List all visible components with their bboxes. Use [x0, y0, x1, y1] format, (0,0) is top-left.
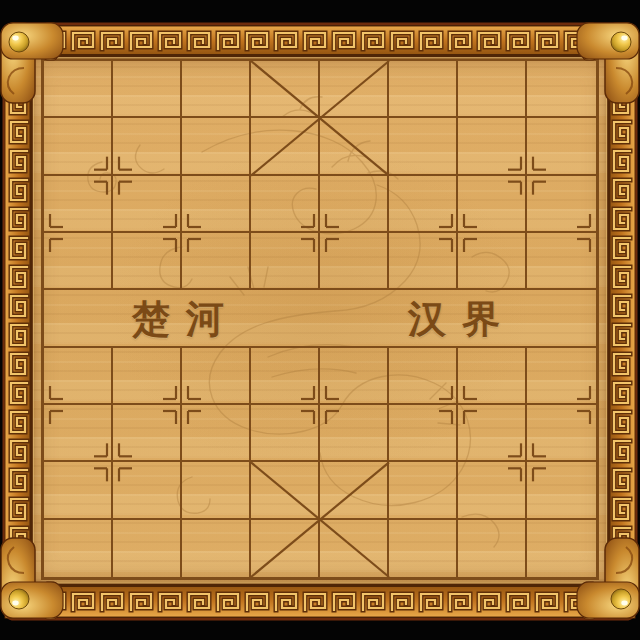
board-cell[interactable] [44, 462, 113, 519]
board-cell[interactable] [458, 462, 527, 519]
board-cell[interactable] [113, 520, 182, 577]
board-cell[interactable] [389, 61, 458, 118]
meander-band-left [5, 26, 32, 618]
board-cell[interactable] [320, 176, 389, 233]
board-cell[interactable] [44, 520, 113, 577]
board-cell[interactable] [182, 233, 251, 290]
board-cell[interactable] [182, 405, 251, 462]
board-cell[interactable] [389, 520, 458, 577]
board-cell[interactable] [182, 290, 251, 347]
board-cell[interactable] [113, 462, 182, 519]
board-cell[interactable] [527, 233, 596, 290]
board-cell[interactable] [320, 233, 389, 290]
board-cell[interactable] [44, 61, 113, 118]
board-cell[interactable] [44, 176, 113, 233]
board-cell[interactable] [113, 61, 182, 118]
board-cell[interactable] [251, 233, 320, 290]
meander-band-top [6, 26, 634, 56]
board-cell[interactable] [527, 405, 596, 462]
board-cell[interactable] [182, 520, 251, 577]
board-cell[interactable] [182, 176, 251, 233]
board-cell[interactable] [251, 118, 320, 175]
board-cell[interactable] [458, 233, 527, 290]
board-cell[interactable] [113, 405, 182, 462]
gold-ball-icon [9, 32, 29, 52]
board-cell[interactable] [389, 233, 458, 290]
board-cell[interactable] [44, 405, 113, 462]
board-cell[interactable] [389, 176, 458, 233]
xiangqi-app: 楚河 汉界 [0, 0, 640, 640]
board-cell[interactable] [251, 520, 320, 577]
board-cell[interactable] [251, 348, 320, 405]
board-cell[interactable] [527, 290, 596, 347]
board-cell[interactable] [182, 348, 251, 405]
board-cell[interactable] [320, 520, 389, 577]
board-cell[interactable] [320, 290, 389, 347]
meander-band-bottom [6, 584, 634, 617]
board-cell[interactable] [251, 405, 320, 462]
board-cell[interactable] [113, 176, 182, 233]
board-cell[interactable] [44, 348, 113, 405]
board-cell[interactable] [113, 118, 182, 175]
board-cell[interactable] [44, 233, 113, 290]
board-cell[interactable] [389, 462, 458, 519]
board-cell[interactable] [320, 405, 389, 462]
board-cell[interactable] [182, 61, 251, 118]
board-cell[interactable] [320, 118, 389, 175]
board-cell[interactable] [251, 176, 320, 233]
board-cell[interactable] [182, 118, 251, 175]
xiangqi-board[interactable] [41, 58, 599, 580]
board-cell[interactable] [44, 118, 113, 175]
board-cell[interactable] [182, 462, 251, 519]
board-cell[interactable] [251, 462, 320, 519]
board-cell[interactable] [458, 520, 527, 577]
meander-band-right [608, 26, 635, 618]
board-cell[interactable] [113, 348, 182, 405]
board-cell[interactable] [458, 348, 527, 405]
board-cell[interactable] [320, 462, 389, 519]
board-cell[interactable] [458, 405, 527, 462]
board-cell[interactable] [113, 290, 182, 347]
board-cell[interactable] [527, 462, 596, 519]
board-cell[interactable] [458, 290, 527, 347]
board-cell[interactable] [320, 348, 389, 405]
board-cell[interactable] [251, 61, 320, 118]
board-cell[interactable] [527, 176, 596, 233]
board-cell[interactable] [251, 290, 320, 347]
board-cell[interactable] [458, 118, 527, 175]
board-cell[interactable] [527, 61, 596, 118]
board-cell[interactable] [527, 118, 596, 175]
board-cell[interactable] [527, 348, 596, 405]
board-cell[interactable] [320, 61, 389, 118]
board-cell[interactable] [389, 348, 458, 405]
board-cell[interactable] [389, 405, 458, 462]
board-cell[interactable] [389, 290, 458, 347]
board-cell[interactable] [389, 118, 458, 175]
board-cell[interactable] [44, 290, 113, 347]
board-cell[interactable] [458, 176, 527, 233]
board-cell[interactable] [527, 520, 596, 577]
board-cell[interactable] [113, 233, 182, 290]
board-cell[interactable] [458, 61, 527, 118]
